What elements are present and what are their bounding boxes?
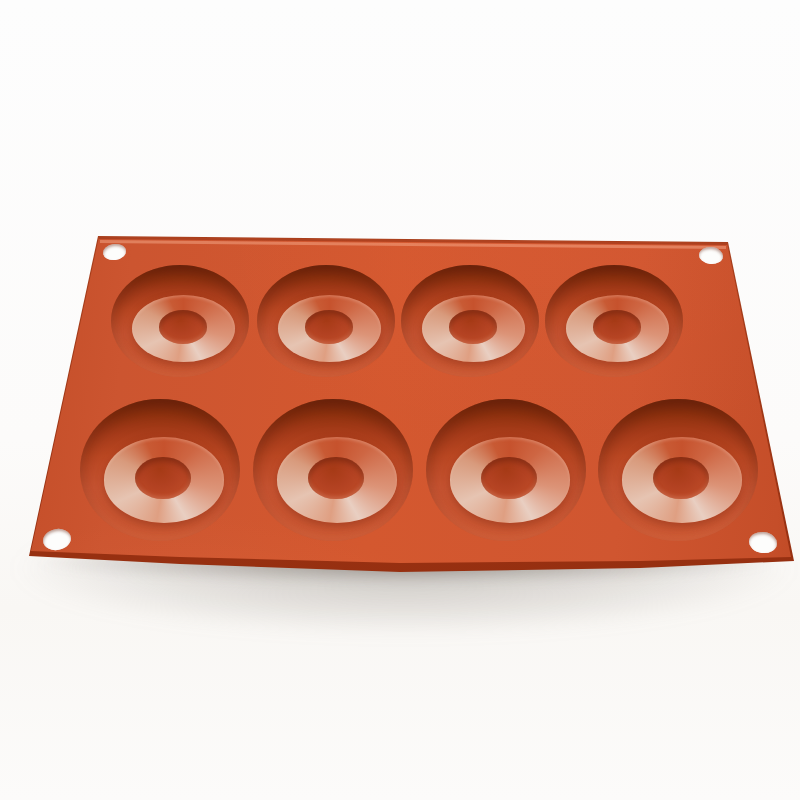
donut-cavity xyxy=(253,399,413,541)
donut-center-hole xyxy=(305,310,353,344)
donut-center-hole xyxy=(159,310,207,344)
donut-cavity xyxy=(257,265,395,377)
donut-center-hole xyxy=(135,457,191,500)
donut-cavity xyxy=(426,399,586,541)
donut-center-hole xyxy=(308,457,364,500)
donut-center-hole xyxy=(449,310,497,344)
donut-center-hole xyxy=(653,457,709,500)
donut-cavity xyxy=(545,265,683,377)
product-photo xyxy=(0,0,800,800)
donut-cavity xyxy=(111,265,249,377)
donut-cavity xyxy=(80,399,240,541)
donut-center-hole xyxy=(593,310,641,344)
donut-center-hole xyxy=(481,457,537,500)
donut-cavity xyxy=(401,265,539,377)
donut-cavity xyxy=(598,399,758,541)
